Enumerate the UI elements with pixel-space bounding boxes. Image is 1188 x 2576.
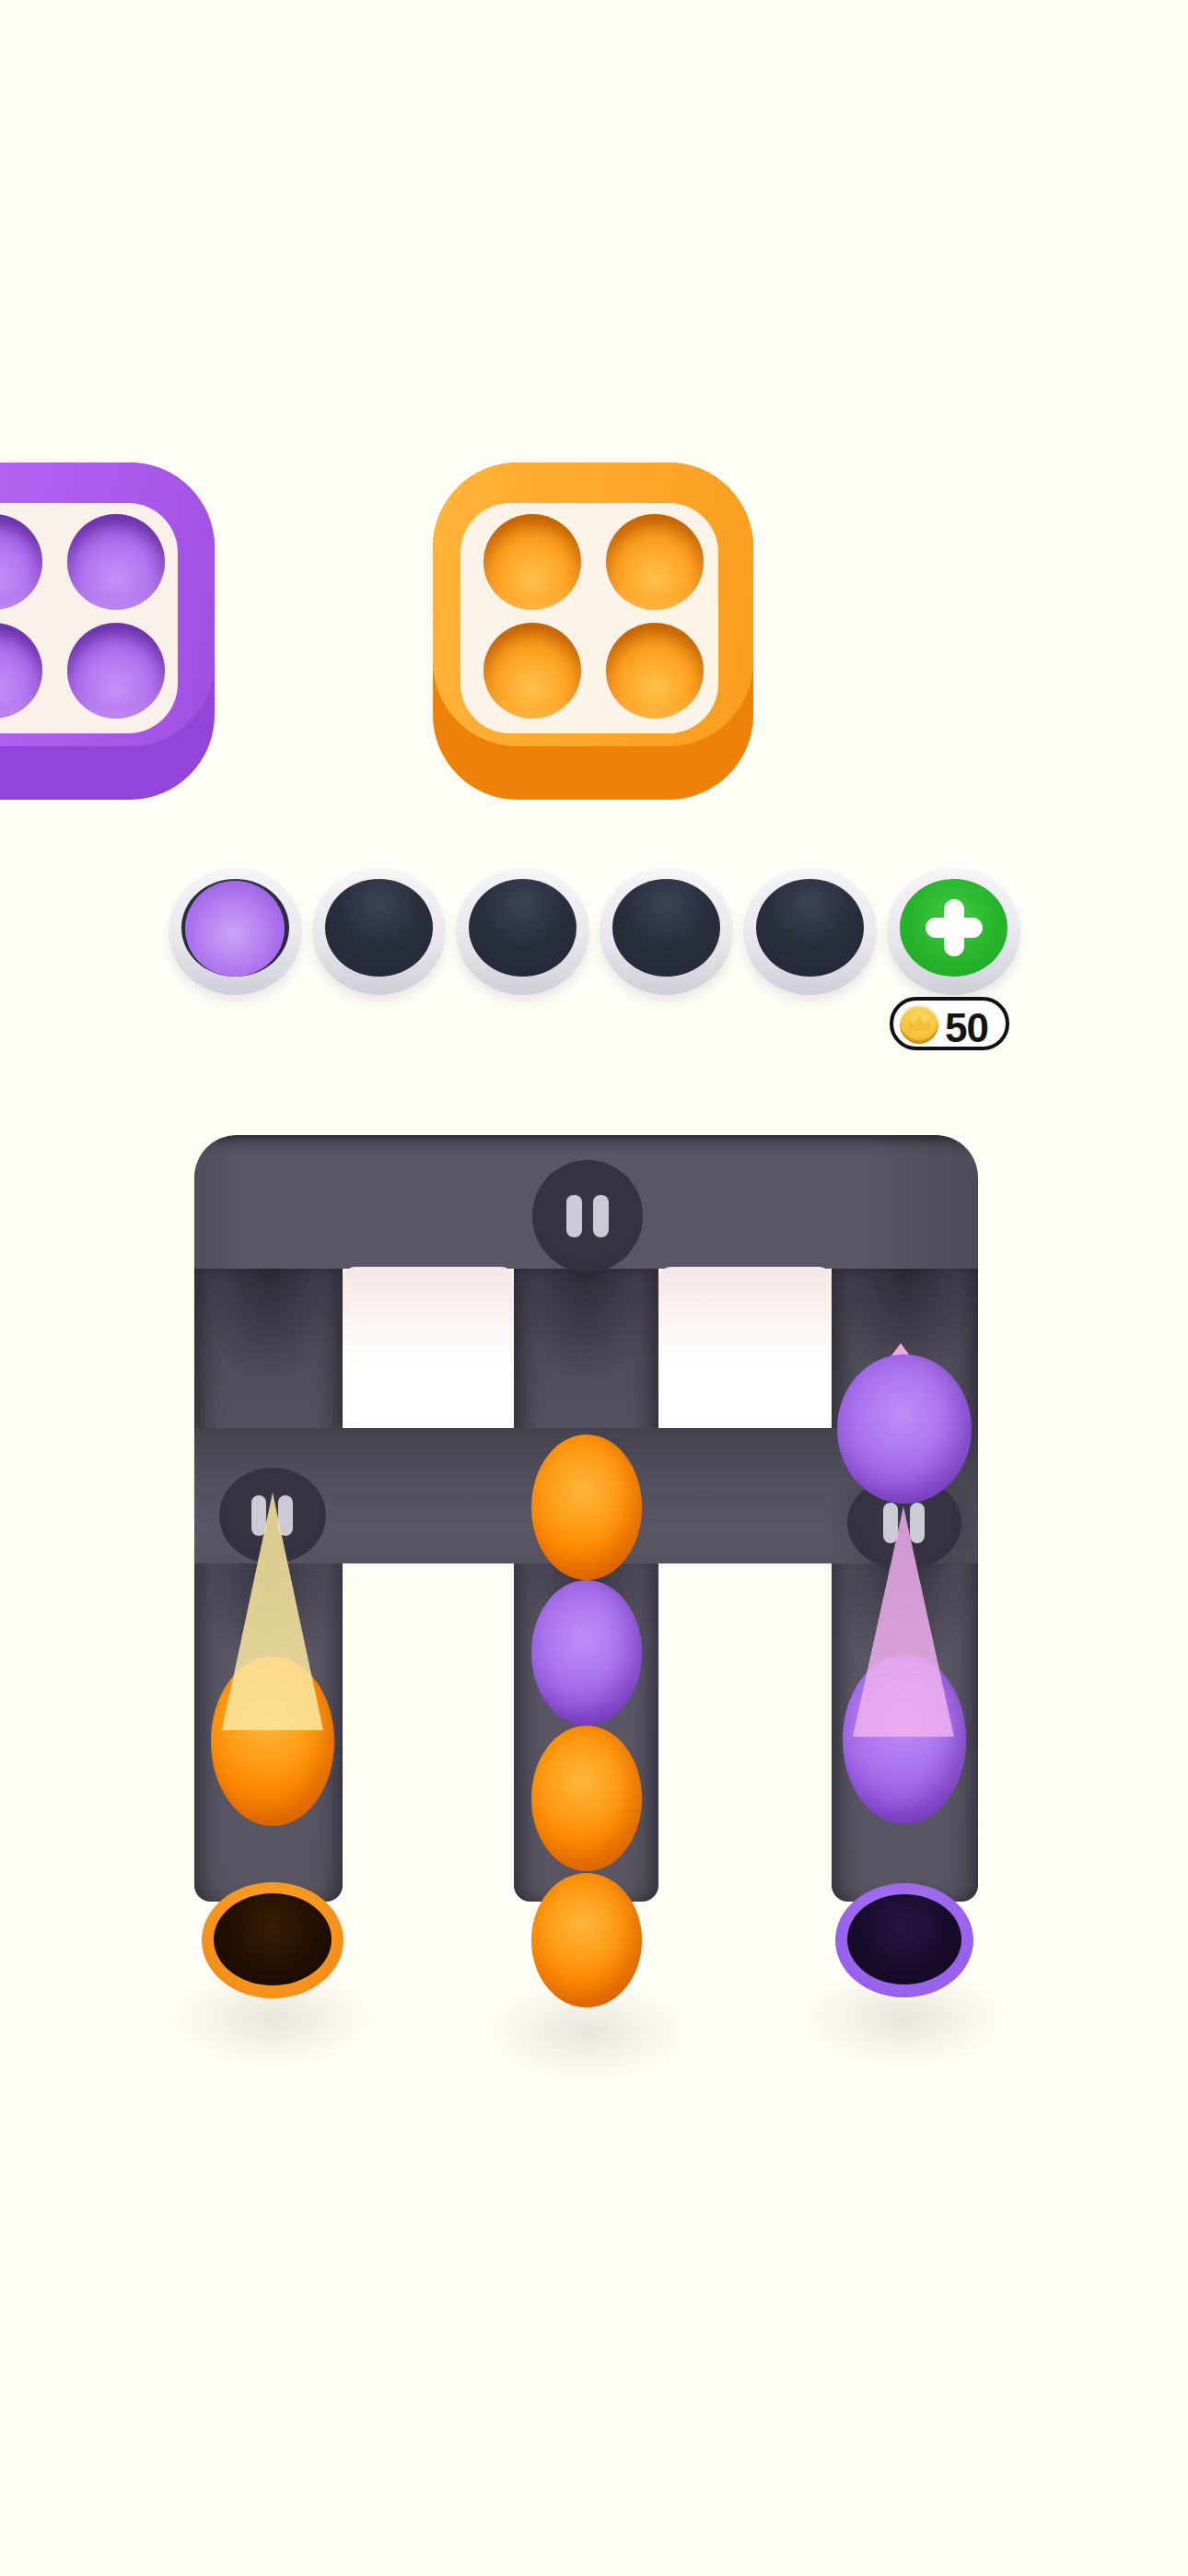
tray-socket — [606, 514, 704, 610]
hole-pit — [214, 1893, 332, 1985]
coin-icon — [900, 1005, 938, 1044]
window-cutout-left — [343, 1267, 514, 1428]
queued-purple-ball[interactable] — [185, 881, 285, 977]
puzzle-board — [194, 1135, 978, 2056]
tray-socket — [67, 623, 165, 719]
collect-tray-orange — [433, 463, 753, 800]
exit-hole-orange — [202, 1882, 344, 1998]
tray-socket — [67, 514, 165, 610]
add-slot-green — [900, 879, 1007, 977]
ball-orange[interactable] — [531, 1726, 642, 1871]
add-slot-price-pill[interactable]: 50 — [890, 997, 1009, 1050]
coin-amount: 50 — [945, 1005, 988, 1051]
tray-inner-panel — [0, 503, 178, 733]
queue-slot-5[interactable] — [743, 868, 877, 995]
exit-hole-purple — [835, 1883, 973, 1997]
slot-pit — [756, 879, 864, 977]
queue-slot-1[interactable] — [169, 868, 302, 995]
plus-icon — [900, 879, 1007, 977]
tray-socket — [606, 623, 704, 719]
channel-shadow — [514, 1269, 658, 1379]
tray-socket — [0, 623, 42, 719]
hole-pit — [847, 1894, 961, 1985]
collect-tray-purple — [0, 463, 215, 800]
tray-inner-panel — [460, 503, 718, 733]
game-screen: 50 — [0, 0, 1188, 2576]
tray-socket — [483, 514, 581, 610]
queue-slot-2[interactable] — [312, 868, 446, 995]
tray-socket — [0, 514, 42, 610]
ball-orange[interactable] — [531, 1434, 642, 1580]
slot-pit — [325, 879, 433, 977]
ball-purple[interactable] — [531, 1580, 642, 1726]
slot-pit — [469, 879, 577, 977]
queue-slot-4[interactable] — [600, 868, 733, 995]
tray-socket — [483, 623, 581, 719]
ball-orange[interactable] — [531, 1873, 642, 2008]
add-slot-button[interactable] — [887, 868, 1020, 995]
queue-slot-3[interactable] — [456, 868, 589, 995]
window-cutout-right — [658, 1267, 832, 1428]
pause-valve-top[interactable] — [532, 1160, 643, 1272]
ball-purple[interactable] — [837, 1354, 972, 1504]
channel-shadow — [194, 1269, 343, 1379]
slot-pit — [612, 879, 720, 977]
